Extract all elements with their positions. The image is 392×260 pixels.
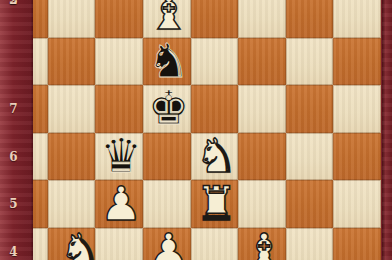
square-c6[interactable] [95,38,143,86]
rank-label-4: 4 [0,245,27,259]
square-b3[interactable] [48,180,96,228]
square-c4[interactable]: ♛ [95,133,143,181]
white-pawn[interactable]: ♟ [148,227,190,260]
rank-label-2: 2 [0,0,27,7]
square-h2[interactable] [333,228,381,260]
square-f3[interactable] [238,180,286,228]
square-d5[interactable]: ♚ [143,85,191,133]
square-d4[interactable] [143,133,191,181]
square-g4[interactable] [286,133,334,181]
square-f5[interactable] [238,85,286,133]
white-rook[interactable]: ♜ [195,180,237,228]
white-knight[interactable]: ♞ [195,132,237,180]
rank-label-7: 7 [0,102,27,116]
square-d2[interactable]: ♟ [143,228,191,260]
square-g7[interactable] [286,0,334,38]
white-knight[interactable]: ♞ [59,227,101,260]
square-f4[interactable] [238,133,286,181]
black-knight[interactable]: ♞ [148,37,190,85]
white-bishop[interactable]: ♝ [243,227,285,260]
rank-label-5: 5 [0,197,27,211]
square-e7[interactable] [191,0,239,38]
square-b6[interactable] [48,38,96,86]
rank-label-6: 6 [0,150,27,164]
square-h5[interactable] [333,85,381,133]
square-b4[interactable] [48,133,96,181]
square-c5[interactable] [95,85,143,133]
square-h7[interactable] [333,0,381,38]
square-h3[interactable] [333,180,381,228]
square-g5[interactable] [286,85,334,133]
board-frame-left [0,0,33,260]
white-pawn[interactable]: ♟ [100,180,142,228]
square-e3[interactable]: ♜ [191,180,239,228]
square-e2[interactable] [191,228,239,260]
square-f6[interactable] [238,38,286,86]
square-h6[interactable] [333,38,381,86]
square-f7[interactable] [238,0,286,38]
square-b2[interactable]: ♞ [48,228,96,260]
square-c3[interactable]: ♟ [95,180,143,228]
square-g3[interactable] [286,180,334,228]
square-f2[interactable]: ♝ [238,228,286,260]
square-e4[interactable]: ♞ [191,133,239,181]
black-king[interactable]: ♚ [148,84,190,132]
square-d3[interactable] [143,180,191,228]
board-frame-right [382,0,392,260]
square-e6[interactable] [191,38,239,86]
square-c2[interactable] [95,228,143,260]
square-g2[interactable] [286,228,334,260]
chessboard: ♝♞♚♛♞♟♜♞♟♝ [0,0,381,260]
square-d6[interactable]: ♞ [143,38,191,86]
square-h4[interactable] [333,133,381,181]
square-e5[interactable] [191,85,239,133]
white-bishop[interactable]: ♝ [148,0,190,37]
chess-board-diagram: ♝♞♚♛♞♟♜♞♟♝ 7 6 5 4 3 2 [0,0,392,260]
black-queen[interactable]: ♛ [100,132,142,180]
square-b5[interactable] [48,85,96,133]
square-b7[interactable] [48,0,96,38]
square-g6[interactable] [286,38,334,86]
square-c7[interactable] [95,0,143,38]
